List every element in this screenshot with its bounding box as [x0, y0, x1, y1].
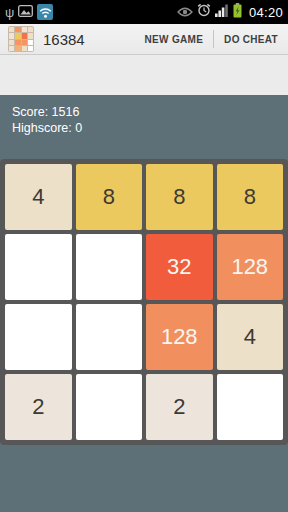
- tile-128: 128: [146, 304, 213, 370]
- gallery-icon: [18, 3, 33, 21]
- tile-2: 2: [146, 374, 213, 440]
- upper-gap: [0, 55, 288, 95]
- alarm-icon: [197, 3, 211, 21]
- highscore-text: Highscore: 0: [12, 120, 288, 136]
- tile-32: 32: [146, 234, 213, 300]
- tile-8: 8: [217, 164, 284, 230]
- empty-cell: [5, 234, 72, 300]
- tile-128: 128: [217, 234, 284, 300]
- signal-icon: [215, 3, 229, 21]
- tile-4: 4: [217, 304, 284, 370]
- do-cheat-button[interactable]: DO CHEAT: [214, 24, 288, 55]
- app-bar: 16384 NEW GAME DO CHEAT: [0, 24, 288, 55]
- tile-2: 2: [5, 374, 72, 440]
- scoreboard: Score: 1516 Highscore: 0: [0, 95, 288, 159]
- tile-8: 8: [146, 164, 213, 230]
- battery-charging-icon: [233, 3, 242, 22]
- status-bar[interactable]: ψ 04:20: [0, 0, 288, 24]
- new-game-button[interactable]: NEW GAME: [135, 24, 214, 55]
- empty-cell: [76, 304, 143, 370]
- empty-cell: [76, 374, 143, 440]
- eye-icon: [177, 3, 193, 21]
- app-icon: [8, 26, 34, 52]
- empty-cell: [217, 374, 284, 440]
- wifi-icon: [37, 4, 53, 20]
- app-title: 16384: [43, 31, 85, 48]
- clock-text: 04:20: [249, 5, 283, 20]
- game-content: Score: 1516 Highscore: 0 488832128128422: [0, 95, 288, 512]
- score-text: Score: 1516: [12, 104, 288, 120]
- tile-8: 8: [76, 164, 143, 230]
- empty-cell: [5, 304, 72, 370]
- empty-cell: [76, 234, 143, 300]
- tile-4: 4: [5, 164, 72, 230]
- screen: ψ 04:20 16384 NEW GAME DO CHEAT: [0, 0, 288, 512]
- usb-icon: ψ: [5, 6, 14, 19]
- board[interactable]: 488832128128422: [0, 159, 288, 445]
